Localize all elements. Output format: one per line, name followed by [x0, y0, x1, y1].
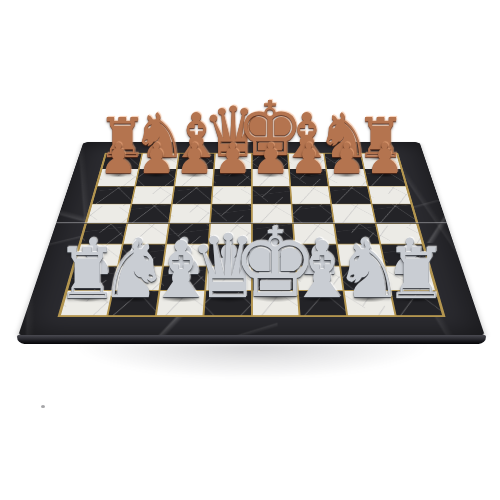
piece-copper-pawn-h7: ♟	[366, 143, 404, 178]
piece-copper-pawn-a7: ♟	[99, 143, 137, 178]
piece-copper-pawn-e7: ♟	[252, 143, 290, 178]
pawn-glyph: ♟	[214, 143, 252, 178]
pieces-layer: ♜♞♝♛♚♝♞♜♟♟♟♟♟♟♟♟♟♟♟♟♟♟♟♟♜♞♝♛♚♝♞♜	[0, 0, 500, 500]
pawn-glyph: ♟	[328, 143, 366, 178]
pawn-glyph: ♟	[366, 143, 404, 178]
piece-copper-pawn-f7: ♟	[290, 143, 328, 178]
piece-copper-pawn-b7: ♟	[138, 143, 176, 178]
pawn-glyph: ♟	[176, 143, 214, 178]
piece-copper-pawn-c7: ♟	[176, 143, 214, 178]
pawn-glyph: ♟	[252, 143, 290, 178]
piece-silver-rook-h1: ♜	[385, 245, 448, 302]
pawn-glyph: ♟	[138, 143, 176, 178]
piece-copper-pawn-d7: ♟	[214, 143, 252, 178]
piece-copper-pawn-g7: ♟	[328, 143, 366, 178]
rook-glyph: ♜	[385, 245, 448, 302]
chess-set-photo: ♜♞♝♛♚♝♞♜♟♟♟♟♟♟♟♟♟♟♟♟♟♟♟♟♜♞♝♛♚♝♞♜	[0, 0, 500, 500]
pawn-glyph: ♟	[99, 143, 137, 178]
pawn-glyph: ♟	[290, 143, 328, 178]
